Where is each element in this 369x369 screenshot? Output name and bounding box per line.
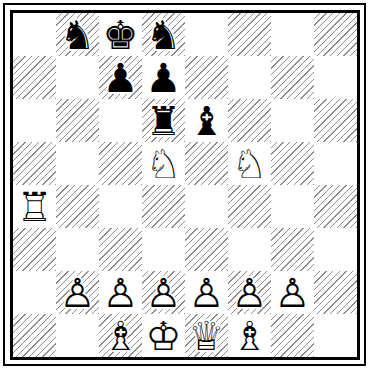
piece-glyph: ♟ [103, 58, 139, 98]
piece-white-king: ♚♔ [142, 314, 185, 357]
square-d8[interactable]: ♞♞ [142, 13, 185, 56]
piece-white-bishop: ♝♗ [99, 314, 142, 357]
piece-glyph: ♖ [17, 187, 53, 227]
square-f2[interactable]: ♟♙ [228, 271, 271, 314]
square-g4[interactable] [271, 185, 314, 228]
square-c5[interactable] [99, 142, 142, 185]
square-g8[interactable] [271, 13, 314, 56]
chess-board: ♞♞♚♚♞♞♟♟♟♟♜♜♝♝♞♘♞♘♜♖♟♙♟♙♟♙♟♙♟♙♟♙♝♗♚♔♛♕♝♗ [10, 10, 360, 360]
square-a5[interactable] [13, 142, 56, 185]
piece-glyph: ♙ [275, 273, 311, 313]
piece-glyph: ♜ [146, 101, 182, 141]
square-b5[interactable] [56, 142, 99, 185]
square-f7[interactable] [228, 56, 271, 99]
square-d6[interactable]: ♜♜ [142, 99, 185, 142]
piece-glyph: ♘ [146, 144, 182, 184]
piece-white-pawn: ♟♙ [99, 271, 142, 314]
square-g6[interactable] [271, 99, 314, 142]
square-e5[interactable] [185, 142, 228, 185]
square-c4[interactable] [99, 185, 142, 228]
piece-glyph: ♟ [146, 58, 182, 98]
square-e2[interactable]: ♟♙ [185, 271, 228, 314]
square-f3[interactable] [228, 228, 271, 271]
square-a6[interactable] [13, 99, 56, 142]
square-h8[interactable] [314, 13, 357, 56]
piece-white-knight: ♞♘ [228, 142, 271, 185]
piece-black-pawn: ♟♟ [142, 56, 185, 99]
piece-glyph: ♙ [146, 273, 182, 313]
piece-black-rook: ♜♜ [142, 99, 185, 142]
square-e6[interactable]: ♝♝ [185, 99, 228, 142]
piece-glyph: ♙ [103, 273, 139, 313]
piece-glyph: ♘ [232, 144, 268, 184]
piece-glyph: ♙ [60, 273, 96, 313]
square-h1[interactable] [314, 314, 357, 357]
square-h5[interactable] [314, 142, 357, 185]
square-a3[interactable] [13, 228, 56, 271]
square-a7[interactable] [13, 56, 56, 99]
piece-glyph: ♞ [146, 15, 182, 55]
square-f5[interactable]: ♞♘ [228, 142, 271, 185]
square-e8[interactable] [185, 13, 228, 56]
piece-glyph: ♚ [103, 15, 139, 55]
square-a8[interactable] [13, 13, 56, 56]
piece-glyph: ♕ [189, 316, 225, 356]
square-c8[interactable]: ♚♚ [99, 13, 142, 56]
square-b8[interactable]: ♞♞ [56, 13, 99, 56]
piece-glyph: ♔ [146, 316, 182, 356]
square-a4[interactable]: ♜♖ [13, 185, 56, 228]
square-e7[interactable] [185, 56, 228, 99]
square-b4[interactable] [56, 185, 99, 228]
piece-white-bishop: ♝♗ [228, 314, 271, 357]
square-g7[interactable] [271, 56, 314, 99]
piece-white-pawn: ♟♙ [271, 271, 314, 314]
square-b3[interactable] [56, 228, 99, 271]
piece-glyph: ♗ [232, 316, 268, 356]
piece-white-queen: ♛♕ [185, 314, 228, 357]
square-f6[interactable] [228, 99, 271, 142]
square-h7[interactable] [314, 56, 357, 99]
square-b1[interactable] [56, 314, 99, 357]
piece-glyph: ♙ [189, 273, 225, 313]
square-c7[interactable]: ♟♟ [99, 56, 142, 99]
square-h2[interactable] [314, 271, 357, 314]
piece-black-bishop: ♝♝ [185, 99, 228, 142]
square-d2[interactable]: ♟♙ [142, 271, 185, 314]
piece-glyph: ♗ [103, 316, 139, 356]
square-h3[interactable] [314, 228, 357, 271]
piece-white-pawn: ♟♙ [56, 271, 99, 314]
square-b7[interactable] [56, 56, 99, 99]
square-a1[interactable] [13, 314, 56, 357]
square-h6[interactable] [314, 99, 357, 142]
piece-glyph: ♞ [60, 15, 96, 55]
square-c1[interactable]: ♝♗ [99, 314, 142, 357]
piece-glyph: ♙ [232, 273, 268, 313]
square-h4[interactable] [314, 185, 357, 228]
square-g3[interactable] [271, 228, 314, 271]
piece-white-pawn: ♟♙ [228, 271, 271, 314]
piece-white-rook: ♜♖ [13, 185, 56, 228]
square-d3[interactable] [142, 228, 185, 271]
square-e1[interactable]: ♛♕ [185, 314, 228, 357]
piece-black-pawn: ♟♟ [99, 56, 142, 99]
square-c3[interactable] [99, 228, 142, 271]
square-b2[interactable]: ♟♙ [56, 271, 99, 314]
square-g2[interactable]: ♟♙ [271, 271, 314, 314]
square-f4[interactable] [228, 185, 271, 228]
square-e3[interactable] [185, 228, 228, 271]
piece-black-king: ♚♚ [99, 13, 142, 56]
piece-white-pawn: ♟♙ [185, 271, 228, 314]
square-e4[interactable] [185, 185, 228, 228]
square-c2[interactable]: ♟♙ [99, 271, 142, 314]
square-d5[interactable]: ♞♘ [142, 142, 185, 185]
square-f1[interactable]: ♝♗ [228, 314, 271, 357]
square-g5[interactable] [271, 142, 314, 185]
piece-black-knight: ♞♞ [56, 13, 99, 56]
square-d1[interactable]: ♚♔ [142, 314, 185, 357]
square-d4[interactable] [142, 185, 185, 228]
piece-black-knight: ♞♞ [142, 13, 185, 56]
square-d7[interactable]: ♟♟ [142, 56, 185, 99]
piece-glyph: ♝ [189, 101, 225, 141]
square-g1[interactable] [271, 314, 314, 357]
square-b6[interactable] [56, 99, 99, 142]
square-a2[interactable] [13, 271, 56, 314]
piece-white-knight: ♞♘ [142, 142, 185, 185]
square-f8[interactable] [228, 13, 271, 56]
square-c6[interactable] [99, 99, 142, 142]
piece-white-pawn: ♟♙ [142, 271, 185, 314]
